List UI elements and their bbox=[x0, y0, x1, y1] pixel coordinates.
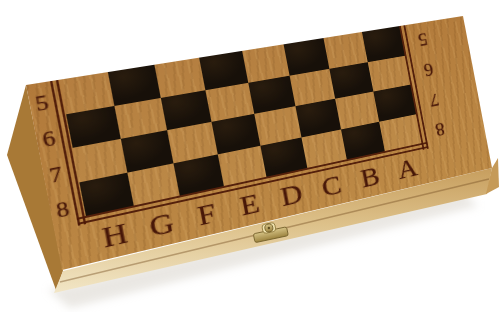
file-label-b: B bbox=[348, 158, 392, 196]
rank-label-left-5: 5 bbox=[27, 87, 56, 119]
rank-label-left-6: 6 bbox=[34, 123, 63, 155]
rank-label-right-7: 7 bbox=[420, 86, 448, 114]
file-label-a: A bbox=[386, 150, 428, 187]
rank-label-right-6: 6 bbox=[414, 56, 442, 84]
product-photo: 55667788HGFEDCBA bbox=[0, 0, 500, 312]
rank-label-right-8: 8 bbox=[426, 115, 454, 143]
rank-label-left-8: 8 bbox=[48, 193, 77, 226]
rank-label-left-7: 7 bbox=[41, 159, 70, 192]
rank-label-right-5: 5 bbox=[409, 26, 437, 53]
